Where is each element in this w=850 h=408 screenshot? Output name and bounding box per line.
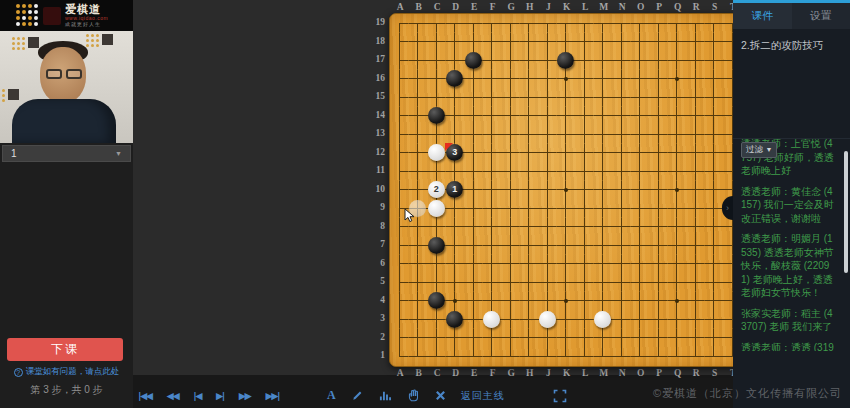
board-cell-E4[interactable] — [464, 292, 483, 311]
board-cell-A4[interactable] — [390, 292, 409, 311]
board-cell-G15[interactable] — [501, 88, 520, 107]
board-cell-G8[interactable] — [501, 218, 520, 237]
board-cell-J13[interactable] — [538, 125, 557, 144]
board-cell-K6[interactable] — [557, 255, 576, 274]
board-cell-O4[interactable] — [631, 292, 650, 311]
board-cell-Q12[interactable] — [668, 144, 687, 163]
board-cell-H10[interactable] — [520, 181, 539, 200]
board-cell-F3[interactable] — [483, 310, 502, 329]
board-cell-F7[interactable] — [483, 236, 502, 255]
board-cell-C15[interactable] — [427, 88, 446, 107]
board-cell-S1[interactable] — [705, 347, 724, 366]
board-cell-H12[interactable] — [520, 144, 539, 163]
board-cell-J16[interactable] — [538, 70, 557, 89]
board-cell-E12[interactable] — [464, 144, 483, 163]
board-cell-C6[interactable] — [427, 255, 446, 274]
board-cell-E16[interactable] — [464, 70, 483, 89]
board-cell-P3[interactable] — [649, 310, 668, 329]
board-cell-P7[interactable] — [649, 236, 668, 255]
board-cell-A6[interactable] — [390, 255, 409, 274]
board-cell-P2[interactable] — [649, 329, 668, 348]
board-cell-O12[interactable] — [631, 144, 650, 163]
board-cell-N9[interactable] — [612, 199, 631, 218]
tab-courseware[interactable]: 课件 — [733, 3, 792, 29]
board-cell-E7[interactable] — [464, 236, 483, 255]
board-cell-H7[interactable] — [520, 236, 539, 255]
board-cell-K1[interactable] — [557, 347, 576, 366]
board-cell-S10[interactable] — [705, 181, 724, 200]
board-cell-L14[interactable] — [575, 107, 594, 126]
board-cell-F15[interactable] — [483, 88, 502, 107]
board-cell-B12[interactable] — [409, 144, 428, 163]
board-cell-K15[interactable] — [557, 88, 576, 107]
board-cell-Q7[interactable] — [668, 236, 687, 255]
board-cell-F6[interactable] — [483, 255, 502, 274]
board-cell-P17[interactable] — [649, 51, 668, 70]
board-cell-G16[interactable] — [501, 70, 520, 89]
board-cell-L3[interactable] — [575, 310, 594, 329]
board-cell-H14[interactable] — [520, 107, 539, 126]
board-cell-Q3[interactable] — [668, 310, 687, 329]
board-cell-R7[interactable] — [686, 236, 705, 255]
board-cell-D5[interactable] — [446, 273, 465, 292]
board-cell-K12[interactable] — [557, 144, 576, 163]
board-cell-G14[interactable] — [501, 107, 520, 126]
board-cell-C1[interactable] — [427, 347, 446, 366]
board-cell-K8[interactable] — [557, 218, 576, 237]
board-cell-S3[interactable] — [705, 310, 724, 329]
board-cell-N14[interactable] — [612, 107, 631, 126]
board-cell-J11[interactable] — [538, 162, 557, 181]
board-cell-S4[interactable] — [705, 292, 724, 311]
board-cell-C4[interactable] — [427, 292, 446, 311]
board-cell-C18[interactable] — [427, 33, 446, 52]
board-cell-G4[interactable] — [501, 292, 520, 311]
board-cell-C7[interactable] — [427, 236, 446, 255]
board-cell-G1[interactable] — [501, 347, 520, 366]
board-cell-M11[interactable] — [594, 162, 613, 181]
board-cell-M2[interactable] — [594, 329, 613, 348]
board-cell-H2[interactable] — [520, 329, 539, 348]
board-cell-M13[interactable] — [594, 125, 613, 144]
chat-filter-button[interactable]: 过滤 ▼ — [741, 142, 777, 158]
board-cell-F12[interactable] — [483, 144, 502, 163]
board-cell-R18[interactable] — [686, 33, 705, 52]
board-cell-S16[interactable] — [705, 70, 724, 89]
lesson-item[interactable]: 2.拆二的攻防技巧 — [741, 39, 842, 53]
board-cell-D3[interactable] — [446, 310, 465, 329]
board-cell-A2[interactable] — [390, 329, 409, 348]
board-cell-E6[interactable] — [464, 255, 483, 274]
board-cell-R17[interactable] — [686, 51, 705, 70]
board-cell-L19[interactable] — [575, 14, 594, 33]
board-cell-H16[interactable] — [520, 70, 539, 89]
board-cell-D13[interactable] — [446, 125, 465, 144]
board-cell-M19[interactable] — [594, 14, 613, 33]
board-cell-A1[interactable] — [390, 347, 409, 366]
board-cell-G9[interactable] — [501, 199, 520, 218]
board-cell-R1[interactable] — [686, 347, 705, 366]
board-cell-J18[interactable] — [538, 33, 557, 52]
board-cell-R6[interactable] — [686, 255, 705, 274]
board-cell-S12[interactable] — [705, 144, 724, 163]
board-cell-K11[interactable] — [557, 162, 576, 181]
board-cell-P11[interactable] — [649, 162, 668, 181]
board-cell-E9[interactable] — [464, 199, 483, 218]
board-cell-J7[interactable] — [538, 236, 557, 255]
board-cell-Q14[interactable] — [668, 107, 687, 126]
board-cell-J2[interactable] — [538, 329, 557, 348]
board-cell-A11[interactable] — [390, 162, 409, 181]
board-cell-A7[interactable] — [390, 236, 409, 255]
board-cell-S15[interactable] — [705, 88, 724, 107]
board-cell-J19[interactable] — [538, 14, 557, 33]
board-cell-L4[interactable] — [575, 292, 594, 311]
board-cell-O8[interactable] — [631, 218, 650, 237]
board-cell-B17[interactable] — [409, 51, 428, 70]
board-cell-F5[interactable] — [483, 273, 502, 292]
board-cell-N5[interactable] — [612, 273, 631, 292]
chat-scrollbar[interactable] — [844, 151, 848, 273]
board-cell-N8[interactable] — [612, 218, 631, 237]
bar-chart-button[interactable] — [379, 389, 392, 402]
board-cell-R3[interactable] — [686, 310, 705, 329]
board-cell-F18[interactable] — [483, 33, 502, 52]
board-cell-A10[interactable] — [390, 181, 409, 200]
board-cell-D9[interactable] — [446, 199, 465, 218]
board-cell-H3[interactable] — [520, 310, 539, 329]
fast-forward-button[interactable]: ▶▶ — [239, 390, 251, 401]
board-cell-N11[interactable] — [612, 162, 631, 181]
board-cell-O6[interactable] — [631, 255, 650, 274]
board-cell-S5[interactable] — [705, 273, 724, 292]
board-cell-S17[interactable] — [705, 51, 724, 70]
board-cell-B1[interactable] — [409, 347, 428, 366]
board-cell-F4[interactable] — [483, 292, 502, 311]
board-cell-L15[interactable] — [575, 88, 594, 107]
board-cell-K14[interactable] — [557, 107, 576, 126]
board-cell-D16[interactable] — [446, 70, 465, 89]
board-cell-A19[interactable] — [390, 14, 409, 33]
board-cell-N3[interactable] — [612, 310, 631, 329]
board-cell-O18[interactable] — [631, 33, 650, 52]
pencil-button[interactable] — [351, 389, 364, 402]
board-cell-B6[interactable] — [409, 255, 428, 274]
board-cell-M6[interactable] — [594, 255, 613, 274]
board-cell-Q2[interactable] — [668, 329, 687, 348]
board-cell-N1[interactable] — [612, 347, 631, 366]
board-cell-F2[interactable] — [483, 329, 502, 348]
board-cell-F16[interactable] — [483, 70, 502, 89]
board-cell-A18[interactable] — [390, 33, 409, 52]
board-cell-R4[interactable] — [686, 292, 705, 311]
board-cell-H5[interactable] — [520, 273, 539, 292]
board-cell-H6[interactable] — [520, 255, 539, 274]
board-cell-R5[interactable] — [686, 273, 705, 292]
board-cell-A15[interactable] — [390, 88, 409, 107]
board-cell-N2[interactable] — [612, 329, 631, 348]
board-cell-E10[interactable] — [464, 181, 483, 200]
step-back-button[interactable]: |◀ — [193, 390, 201, 401]
board-cell-M3[interactable] — [594, 310, 613, 329]
board-cell-E11[interactable] — [464, 162, 483, 181]
board-cell-D12[interactable]: 3 — [446, 144, 465, 163]
board-cell-C11[interactable] — [427, 162, 446, 181]
board-cell-H8[interactable] — [520, 218, 539, 237]
board-cell-N17[interactable] — [612, 51, 631, 70]
board-cell-P4[interactable] — [649, 292, 668, 311]
board-cell-M8[interactable] — [594, 218, 613, 237]
board-cell-D15[interactable] — [446, 88, 465, 107]
back-to-mainline-button[interactable]: 返回主线 — [461, 389, 505, 403]
board-cell-N16[interactable] — [612, 70, 631, 89]
board-cell-C5[interactable] — [427, 273, 446, 292]
board-cell-J1[interactable] — [538, 347, 557, 366]
board-cell-S6[interactable] — [705, 255, 724, 274]
board-cell-L17[interactable] — [575, 51, 594, 70]
board-cell-D17[interactable] — [446, 51, 465, 70]
board-cell-P16[interactable] — [649, 70, 668, 89]
board-cell-B9[interactable] — [409, 199, 428, 218]
skip-to-start-button[interactable]: |◀◀ — [138, 390, 152, 401]
board-cell-P18[interactable] — [649, 33, 668, 52]
board-cell-L7[interactable] — [575, 236, 594, 255]
board-cell-C16[interactable] — [427, 70, 446, 89]
board-cell-D18[interactable] — [446, 33, 465, 52]
board-cell-J4[interactable] — [538, 292, 557, 311]
board-cell-H4[interactable] — [520, 292, 539, 311]
board-cell-Q17[interactable] — [668, 51, 687, 70]
board-cell-L6[interactable] — [575, 255, 594, 274]
board-cell-G5[interactable] — [501, 273, 520, 292]
board-cell-B19[interactable] — [409, 14, 428, 33]
board-cell-H1[interactable] — [520, 347, 539, 366]
board-cell-A17[interactable] — [390, 51, 409, 70]
board-cell-P19[interactable] — [649, 14, 668, 33]
board-cell-Q16[interactable] — [668, 70, 687, 89]
board-cell-S19[interactable] — [705, 14, 724, 33]
board-cell-M7[interactable] — [594, 236, 613, 255]
board-cell-O17[interactable] — [631, 51, 650, 70]
board-cell-C14[interactable] — [427, 107, 446, 126]
board-cell-G10[interactable] — [501, 181, 520, 200]
board-cell-R8[interactable] — [686, 218, 705, 237]
board-cell-D1[interactable] — [446, 347, 465, 366]
board-cell-B18[interactable] — [409, 33, 428, 52]
board-cell-R2[interactable] — [686, 329, 705, 348]
board-cell-L12[interactable] — [575, 144, 594, 163]
board-cell-R19[interactable] — [686, 14, 705, 33]
board-cell-C17[interactable] — [427, 51, 446, 70]
board-cell-B14[interactable] — [409, 107, 428, 126]
board-cell-F13[interactable] — [483, 125, 502, 144]
board-cell-Q1[interactable] — [668, 347, 687, 366]
board-cell-P13[interactable] — [649, 125, 668, 144]
board-cell-N19[interactable] — [612, 14, 631, 33]
board-cell-N15[interactable] — [612, 88, 631, 107]
board-cell-K10[interactable] — [557, 181, 576, 200]
board-cell-O16[interactable] — [631, 70, 650, 89]
board-cell-R15[interactable] — [686, 88, 705, 107]
board-cell-J12[interactable] — [538, 144, 557, 163]
board-cell-D7[interactable] — [446, 236, 465, 255]
board-cell-E18[interactable] — [464, 33, 483, 52]
board-cell-C13[interactable] — [427, 125, 446, 144]
board-cell-P8[interactable] — [649, 218, 668, 237]
board-cell-S11[interactable] — [705, 162, 724, 181]
board-cell-D14[interactable] — [446, 107, 465, 126]
board-cell-F10[interactable] — [483, 181, 502, 200]
board-cell-L5[interactable] — [575, 273, 594, 292]
board-cell-M16[interactable] — [594, 70, 613, 89]
board-cell-N6[interactable] — [612, 255, 631, 274]
board-cell-O7[interactable] — [631, 236, 650, 255]
board-cell-C9[interactable] — [427, 199, 446, 218]
board-cell-O13[interactable] — [631, 125, 650, 144]
board-cell-D4[interactable] — [446, 292, 465, 311]
board-cell-K3[interactable] — [557, 310, 576, 329]
step-forward-button[interactable]: ▶| — [216, 390, 224, 401]
board-cell-G7[interactable] — [501, 236, 520, 255]
board-cell-E2[interactable] — [464, 329, 483, 348]
board-cell-O14[interactable] — [631, 107, 650, 126]
board-cell-K16[interactable] — [557, 70, 576, 89]
board-cell-B16[interactable] — [409, 70, 428, 89]
board-cell-E5[interactable] — [464, 273, 483, 292]
board-cell-C8[interactable] — [427, 218, 446, 237]
board-cell-P9[interactable] — [649, 199, 668, 218]
board-cell-N18[interactable] — [612, 33, 631, 52]
board-cell-E3[interactable] — [464, 310, 483, 329]
board-cell-C19[interactable] — [427, 14, 446, 33]
board-cell-P5[interactable] — [649, 273, 668, 292]
board-cell-G12[interactable] — [501, 144, 520, 163]
board-cell-M15[interactable] — [594, 88, 613, 107]
board-cell-P1[interactable] — [649, 347, 668, 366]
board-cell-F14[interactable] — [483, 107, 502, 126]
board-cell-F19[interactable] — [483, 14, 502, 33]
board-cell-C10[interactable]: 2 — [427, 181, 446, 200]
board-cell-E14[interactable] — [464, 107, 483, 126]
board-cell-G6[interactable] — [501, 255, 520, 274]
board-cell-R11[interactable] — [686, 162, 705, 181]
board-cell-J3[interactable] — [538, 310, 557, 329]
board-cell-G17[interactable] — [501, 51, 520, 70]
board-cell-B11[interactable] — [409, 162, 428, 181]
board-cell-N7[interactable] — [612, 236, 631, 255]
board-cell-N4[interactable] — [612, 292, 631, 311]
board-cell-R16[interactable] — [686, 70, 705, 89]
board-cell-M18[interactable] — [594, 33, 613, 52]
board-cell-R10[interactable] — [686, 181, 705, 200]
fast-rewind-button[interactable]: ◀◀ — [167, 390, 179, 401]
board-cell-N10[interactable] — [612, 181, 631, 200]
board-cell-K17[interactable] — [557, 51, 576, 70]
board-cell-S18[interactable] — [705, 33, 724, 52]
board-cell-A13[interactable] — [390, 125, 409, 144]
board-cell-K7[interactable] — [557, 236, 576, 255]
board-cell-F8[interactable] — [483, 218, 502, 237]
board-cell-F17[interactable] — [483, 51, 502, 70]
board-cell-O19[interactable] — [631, 14, 650, 33]
board-cell-N12[interactable] — [612, 144, 631, 163]
board-cell-H13[interactable] — [520, 125, 539, 144]
board-cell-M10[interactable] — [594, 181, 613, 200]
board-cell-S2[interactable] — [705, 329, 724, 348]
board-cell-K9[interactable] — [557, 199, 576, 218]
tab-settings[interactable]: 设置 — [792, 3, 850, 29]
board-cell-M17[interactable] — [594, 51, 613, 70]
board-cell-E15[interactable] — [464, 88, 483, 107]
board-cell-H9[interactable] — [520, 199, 539, 218]
board-cell-E1[interactable] — [464, 347, 483, 366]
board-cell-S9[interactable] — [705, 199, 724, 218]
board-cell-Q6[interactable] — [668, 255, 687, 274]
skip-to-end-button[interactable]: ▶▶| — [265, 390, 279, 401]
board-cell-L2[interactable] — [575, 329, 594, 348]
hand-button[interactable] — [407, 389, 420, 402]
board-cell-E13[interactable] — [464, 125, 483, 144]
board-cell-C2[interactable] — [427, 329, 446, 348]
board-cell-F11[interactable] — [483, 162, 502, 181]
board-cell-H11[interactable] — [520, 162, 539, 181]
board-cell-A12[interactable] — [390, 144, 409, 163]
board-cell-B10[interactable] — [409, 181, 428, 200]
board-cell-O11[interactable] — [631, 162, 650, 181]
board-cell-D11[interactable] — [446, 162, 465, 181]
board-cell-Q10[interactable] — [668, 181, 687, 200]
board-cell-B13[interactable] — [409, 125, 428, 144]
board-cell-L9[interactable] — [575, 199, 594, 218]
board-cell-K18[interactable] — [557, 33, 576, 52]
board-cell-K13[interactable] — [557, 125, 576, 144]
board-cell-O10[interactable] — [631, 181, 650, 200]
board-cell-S13[interactable] — [705, 125, 724, 144]
board-cell-C12[interactable] — [427, 144, 446, 163]
board-cell-B3[interactable] — [409, 310, 428, 329]
board-cell-F9[interactable] — [483, 199, 502, 218]
board-cell-S8[interactable] — [705, 218, 724, 237]
letter-a-button[interactable]: A — [327, 388, 336, 403]
board-cell-G3[interactable] — [501, 310, 520, 329]
board-cell-Q18[interactable] — [668, 33, 687, 52]
board-cell-Q5[interactable] — [668, 273, 687, 292]
board-cell-S14[interactable] — [705, 107, 724, 126]
board-cell-G2[interactable] — [501, 329, 520, 348]
board-cell-R9[interactable] — [686, 199, 705, 218]
board-cell-K4[interactable] — [557, 292, 576, 311]
board-cell-B7[interactable] — [409, 236, 428, 255]
board-cell-E8[interactable] — [464, 218, 483, 237]
board-cell-M14[interactable] — [594, 107, 613, 126]
board-cell-L18[interactable] — [575, 33, 594, 52]
board-cell-S7[interactable] — [705, 236, 724, 255]
board-cell-J9[interactable] — [538, 199, 557, 218]
board-cell-H17[interactable] — [520, 51, 539, 70]
board-cell-Q15[interactable] — [668, 88, 687, 107]
board-cell-M12[interactable] — [594, 144, 613, 163]
board-cell-J14[interactable] — [538, 107, 557, 126]
board-cell-L13[interactable] — [575, 125, 594, 144]
board-cell-B15[interactable] — [409, 88, 428, 107]
board-cell-Q9[interactable] — [668, 199, 687, 218]
board-cell-B5[interactable] — [409, 273, 428, 292]
board-cell-P15[interactable] — [649, 88, 668, 107]
board-cell-Q4[interactable] — [668, 292, 687, 311]
board-cell-L10[interactable] — [575, 181, 594, 200]
board-cell-H19[interactable] — [520, 14, 539, 33]
board-cell-J5[interactable] — [538, 273, 557, 292]
